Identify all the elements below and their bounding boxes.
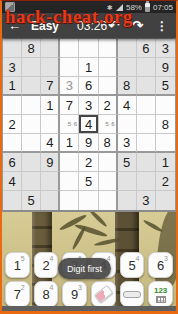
cell-r4c9[interactable] <box>156 96 175 115</box>
cell-r2c8[interactable] <box>137 58 156 77</box>
digit-count: 4 <box>49 284 53 291</box>
eraser-icon <box>94 285 114 303</box>
cell-r3c4[interactable]: 3 <box>60 77 79 96</box>
cell-r4c2[interactable] <box>22 96 41 115</box>
cell-r6c6[interactable]: 8 <box>99 134 118 153</box>
cell-r1c4[interactable] <box>60 39 79 58</box>
cell-r1c7[interactable] <box>118 39 137 58</box>
cell-r9c5[interactable] <box>79 191 98 210</box>
cell-r5c6[interactable]: 56 <box>99 115 118 134</box>
digit-count: 3 <box>164 255 168 262</box>
cell-r7c6[interactable] <box>99 153 118 172</box>
cell-r9c2[interactable]: 5 <box>22 191 41 210</box>
cell-r7c2[interactable] <box>22 153 41 172</box>
cell-r2c2[interactable] <box>22 58 41 77</box>
bamboo-leaf <box>71 226 87 251</box>
cell-r8c7[interactable] <box>118 172 137 191</box>
cell-r1c2[interactable]: 8 <box>22 39 41 58</box>
cell-r5c8[interactable] <box>137 115 156 134</box>
cell-r7c7[interactable]: 5 <box>118 153 137 172</box>
cell-r4c3[interactable]: 1 <box>41 96 60 115</box>
digit-count: 5 <box>21 255 25 262</box>
cell-r9c7[interactable] <box>118 191 137 210</box>
cell-r9c9[interactable] <box>156 191 175 210</box>
cell-r6c7[interactable]: 3 <box>118 134 137 153</box>
cell-r2c1[interactable]: 3 <box>3 58 22 77</box>
grid-icon <box>156 296 166 303</box>
cell-r2c3[interactable] <box>41 58 60 77</box>
clock: 07:05 <box>153 3 173 12</box>
bamboo-leaf <box>88 212 108 228</box>
digit-button-6[interactable]: 63 <box>148 252 173 278</box>
cell-r1c6[interactable] <box>99 39 118 58</box>
cell-r4c7[interactable]: 4 <box>118 96 137 115</box>
cell-r1c8[interactable]: 6 <box>137 39 156 58</box>
cell-r5c5[interactable]: 4 <box>79 115 98 134</box>
cell-r1c3[interactable] <box>41 39 60 58</box>
cell-r9c1[interactable] <box>3 191 22 210</box>
cell-r8c9[interactable]: 2 <box>156 172 175 191</box>
cell-r7c8[interactable] <box>137 153 156 172</box>
cell-r5c9[interactable]: 8 <box>156 115 175 134</box>
cell-r6c4[interactable]: 1 <box>60 134 79 153</box>
digit-count: 4 <box>49 255 53 262</box>
digit-button-1[interactable]: 15 <box>5 252 30 278</box>
cell-r4c6[interactable]: 2 <box>99 96 118 115</box>
cell-r1c9[interactable]: 3 <box>156 39 175 58</box>
cell-r5c3[interactable] <box>41 115 60 134</box>
cell-r5c2[interactable] <box>22 115 41 134</box>
cell-r4c1[interactable] <box>3 96 22 115</box>
cell-r5c7[interactable] <box>118 115 137 134</box>
cell-r8c4[interactable] <box>60 172 79 191</box>
cell-r3c2[interactable] <box>22 77 41 96</box>
cell-r7c3[interactable]: 9 <box>41 153 60 172</box>
cell-r8c8[interactable] <box>137 172 156 191</box>
cell-r3c8[interactable] <box>137 77 156 96</box>
cell-r6c2[interactable] <box>22 134 41 153</box>
cell-r5c4[interactable]: 56 <box>60 115 79 134</box>
cell-r2c5[interactable]: 1 <box>79 58 98 77</box>
screenshot-root: ✱ 58% 07:05 ← Easy 03:26 ↶ ↷ ⋮ 863319173… <box>0 0 178 314</box>
cell-r7c5[interactable]: 2 <box>79 153 98 172</box>
cell-r6c1[interactable] <box>3 134 22 153</box>
cell-r7c9[interactable]: 1 <box>156 153 175 172</box>
cell-r5c1[interactable]: 2 <box>3 115 22 134</box>
cell-r2c6[interactable] <box>99 58 118 77</box>
cell-r2c4[interactable] <box>60 58 79 77</box>
digit-button-7[interactable]: 72 <box>5 281 30 307</box>
cell-r7c4[interactable] <box>60 153 79 172</box>
toast-message: Digit first <box>58 258 111 279</box>
cell-r8c2[interactable] <box>22 172 41 191</box>
pencil-marks: 56 <box>99 115 116 133</box>
stroke-icon <box>123 291 141 298</box>
cell-r3c6[interactable] <box>99 77 118 96</box>
cell-r3c9[interactable]: 5 <box>156 77 175 96</box>
cell-r9c4[interactable] <box>60 191 79 210</box>
cell-r4c5[interactable]: 3 <box>79 96 98 115</box>
digit-count: 4 <box>135 255 139 262</box>
cell-r8c5[interactable]: 5 <box>79 172 98 191</box>
cell-r1c1[interactable] <box>3 39 22 58</box>
watermark: hack-cheat.org <box>5 6 133 28</box>
redo-icon[interactable]: ↷ <box>132 19 143 32</box>
cell-r7c1[interactable]: 6 <box>3 153 22 172</box>
digit-count: 2 <box>21 284 25 291</box>
cell-r3c1[interactable]: 1 <box>3 77 22 96</box>
digit-button-8[interactable]: 84 <box>34 281 59 307</box>
cell-r9c8[interactable]: 3 <box>137 191 156 210</box>
cell-r3c7[interactable]: 8 <box>118 77 137 96</box>
overflow-menu-icon[interactable]: ⋮ <box>156 19 168 33</box>
cell-r8c1[interactable]: 4 <box>3 172 22 191</box>
cell-r6c9[interactable] <box>156 134 175 153</box>
digit-button-2[interactable]: 24 <box>34 252 59 278</box>
digit-button-9[interactable]: 93 <box>62 281 87 307</box>
eraser-button[interactable] <box>91 281 116 307</box>
battery-icon <box>145 3 150 12</box>
cell-r3c5[interactable]: 6 <box>79 77 98 96</box>
mode-label: 123 <box>154 287 167 295</box>
digit-button-5[interactable]: 54 <box>120 252 145 278</box>
cell-r2c9[interactable]: 9 <box>156 58 175 77</box>
bottom-strip <box>2 306 176 311</box>
cell-r9c3[interactable] <box>41 191 60 210</box>
cell-r1c5[interactable] <box>79 39 98 58</box>
cell-r8c3[interactable] <box>41 172 60 191</box>
cell-r9c6[interactable] <box>99 191 118 210</box>
cell-r8c6[interactable] <box>99 172 118 191</box>
cell-r4c4[interactable]: 7 <box>60 96 79 115</box>
digit-count: 3 <box>78 284 82 291</box>
pencil-stroke-button[interactable] <box>120 281 145 307</box>
pencil-marks: 56 <box>60 115 78 133</box>
toast-text: Digit first <box>67 264 102 274</box>
cell-r2c7[interactable] <box>118 58 137 77</box>
cell-r6c3[interactable]: 4 <box>41 134 60 153</box>
bamboo-leaf <box>142 219 163 233</box>
sudoku-board: 863319173685173242564568419836925145253 <box>2 38 176 212</box>
cell-r4c8[interactable] <box>137 96 156 115</box>
cell-r6c8[interactable] <box>137 134 156 153</box>
cell-r6c5[interactable]: 9 <box>79 134 98 153</box>
input-mode-button[interactable]: 123 <box>148 281 173 307</box>
cell-r3c3[interactable]: 7 <box>41 77 60 96</box>
bamboo-background: 152436445463728493123 Digit first <box>2 212 176 311</box>
